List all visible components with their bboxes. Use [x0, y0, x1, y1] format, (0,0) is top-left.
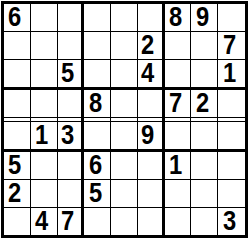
given-digit: 8	[89, 90, 102, 117]
given-digit: 2	[141, 32, 154, 59]
given-digit: 5	[61, 60, 74, 87]
cell-r3c3: 5	[58, 60, 85, 90]
given-digit: 4	[141, 60, 154, 87]
cell-r4c9[interactable]	[218, 90, 245, 118]
cell-r7c4: 6	[84, 152, 111, 180]
cell-r1c3[interactable]	[58, 4, 85, 32]
cell-r1c2[interactable]	[31, 4, 58, 32]
given-digit: 6	[89, 152, 102, 179]
sudoku-board: 6892754187213956125473	[1, 1, 248, 238]
cell-r1c5[interactable]	[111, 4, 138, 32]
cell-r2c2[interactable]	[31, 32, 58, 60]
given-digit: 1	[169, 152, 182, 179]
cell-r2c7[interactable]	[165, 32, 192, 60]
cell-r6c1[interactable]	[4, 122, 31, 152]
cell-r2c6: 2	[138, 32, 165, 60]
cell-r4c6[interactable]	[138, 90, 165, 118]
cell-r4c4: 8	[84, 90, 111, 118]
cell-r9c1[interactable]	[4, 208, 31, 235]
cell-r4c8: 2	[191, 90, 218, 118]
cell-r6c3: 3	[58, 122, 85, 152]
cell-r4c7: 7	[165, 90, 192, 118]
given-digit: 7	[169, 90, 182, 117]
cell-r1c6[interactable]	[138, 4, 165, 32]
cell-r3c2[interactable]	[31, 60, 58, 90]
cell-r6c7[interactable]	[165, 122, 192, 152]
cell-r2c9: 7	[218, 32, 245, 60]
cell-r2c3[interactable]	[58, 32, 85, 60]
cell-r7c8[interactable]	[191, 152, 218, 180]
cell-r3c9: 1	[218, 60, 245, 90]
cell-r6c2: 1	[31, 122, 58, 152]
cell-r6c9[interactable]	[218, 122, 245, 152]
cell-r8c6[interactable]	[138, 180, 165, 208]
cell-r3c8[interactable]	[191, 60, 218, 90]
cell-r3c6: 4	[138, 60, 165, 90]
cell-r8c7[interactable]	[165, 180, 192, 208]
given-digit: 3	[223, 208, 236, 235]
cell-r8c8[interactable]	[191, 180, 218, 208]
given-digit: 5	[89, 180, 102, 207]
given-digit: 2	[8, 180, 21, 207]
given-digit: 3	[61, 122, 74, 149]
cell-r9c3: 7	[58, 208, 85, 235]
cell-r9c7[interactable]	[165, 208, 192, 235]
cell-r1c7: 8	[165, 4, 192, 32]
given-digit: 7	[223, 32, 236, 59]
given-digit: 2	[196, 90, 209, 117]
cell-r1c1: 6	[4, 4, 31, 32]
cell-r9c6[interactable]	[138, 208, 165, 235]
given-digit: 9	[141, 122, 154, 149]
cell-r8c3[interactable]	[58, 180, 85, 208]
cell-r6c4[interactable]	[84, 122, 111, 152]
cell-r9c4[interactable]	[84, 208, 111, 235]
cell-r7c6[interactable]	[138, 152, 165, 180]
cell-r4c3[interactable]	[58, 90, 85, 118]
cell-r4c2[interactable]	[31, 90, 58, 118]
cell-r7c2[interactable]	[31, 152, 58, 180]
cell-r7c1: 5	[4, 152, 31, 180]
cell-r2c5[interactable]	[111, 32, 138, 60]
cell-r3c5[interactable]	[111, 60, 138, 90]
given-digit: 6	[8, 4, 21, 31]
cell-r9c2: 4	[31, 208, 58, 235]
cell-r2c8[interactable]	[191, 32, 218, 60]
cell-r2c1[interactable]	[4, 32, 31, 60]
cell-r8c5[interactable]	[111, 180, 138, 208]
cell-r1c4[interactable]	[84, 4, 111, 32]
cell-r1c9[interactable]	[218, 4, 245, 32]
cell-r6c5[interactable]	[111, 122, 138, 152]
cell-r3c1[interactable]	[4, 60, 31, 90]
cell-r8c9[interactable]	[218, 180, 245, 208]
cell-r9c9: 3	[218, 208, 245, 235]
given-digit: 7	[61, 208, 74, 235]
cell-r9c8[interactable]	[191, 208, 218, 235]
given-digit: 5	[8, 152, 21, 179]
cell-r6c8[interactable]	[191, 122, 218, 152]
given-digit: 8	[169, 4, 182, 31]
cell-r9c5[interactable]	[111, 208, 138, 235]
cell-r6c6: 9	[138, 122, 165, 152]
cell-r4c5[interactable]	[111, 90, 138, 118]
cell-r7c5[interactable]	[111, 152, 138, 180]
cell-r8c1: 2	[4, 180, 31, 208]
given-digit: 9	[196, 4, 209, 31]
given-digit: 1	[35, 122, 48, 149]
cell-r8c2[interactable]	[31, 180, 58, 208]
cell-r3c4[interactable]	[84, 60, 111, 90]
given-digit: 1	[223, 60, 236, 87]
cell-r3c7[interactable]	[165, 60, 192, 90]
cell-r7c7: 1	[165, 152, 192, 180]
cell-r7c3[interactable]	[58, 152, 85, 180]
cell-r4c1[interactable]	[4, 90, 31, 118]
cell-r2c4[interactable]	[84, 32, 111, 60]
given-digit: 4	[35, 208, 48, 235]
cell-r1c8: 9	[191, 4, 218, 32]
cell-r7c9[interactable]	[218, 152, 245, 180]
cell-r8c4: 5	[84, 180, 111, 208]
